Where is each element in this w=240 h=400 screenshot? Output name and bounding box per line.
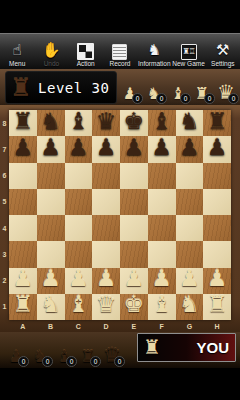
piece-white-king: ♚: [124, 293, 145, 316]
square-b8[interactable]: ♞: [37, 110, 65, 136]
file-label-g: G: [176, 320, 204, 332]
toolbar-item-label: New Game: [172, 60, 205, 68]
piece-white-queen: ♛: [96, 293, 117, 316]
square-e5[interactable]: [120, 189, 148, 215]
square-f8[interactable]: ♝: [148, 110, 176, 136]
toolbar-item-label: Settings: [211, 60, 235, 68]
square-a3[interactable]: [9, 241, 37, 267]
toolbar-item-label: Record: [110, 60, 131, 68]
toolbar-item-settings[interactable]: ⚒Settings: [206, 33, 240, 69]
piece-black-pawn: ♟: [207, 136, 228, 159]
piece-white-rook: ♜: [13, 293, 34, 316]
chess-board: 87654321 ♜♞♝♛♚♝♞♜♟♟♟♟♟♟♟♟♟♟♟♟♟♟♟♟♜♞♝♛♚♝♞…: [0, 105, 240, 332]
rank-label-7: 7: [0, 136, 9, 162]
square-d2[interactable]: ♟: [92, 268, 120, 294]
piece-black-rook: ♜: [13, 110, 34, 133]
square-f7[interactable]: ♟: [148, 136, 176, 162]
captured-black-tray: ♟0♞0♝0♜0♛0: [5, 335, 123, 365]
square-h2[interactable]: ♟: [203, 268, 231, 294]
captured-black-queen: ♛0: [101, 345, 123, 365]
captured-white-tray: ♟0♞0♝0♜0♛0: [119, 72, 237, 102]
square-e7[interactable]: ♟: [120, 136, 148, 162]
rank-label-1: 1: [0, 294, 9, 320]
square-d1[interactable]: ♛: [92, 294, 120, 320]
captured-black-bishop: ♝0: [53, 349, 75, 365]
rank-label-4: 4: [0, 215, 9, 241]
square-d5[interactable]: [92, 189, 120, 215]
square-b5[interactable]: [37, 189, 65, 215]
rank-labels: 87654321: [0, 110, 9, 320]
piece-black-rook: ♜: [207, 110, 228, 133]
toolbar-item-action[interactable]: Action: [69, 33, 103, 69]
captured-white-bishop: ♝0: [167, 86, 189, 102]
square-c2[interactable]: ♟: [65, 268, 93, 294]
piece-white-pawn: ♟: [96, 267, 117, 290]
document-lines-icon: [112, 44, 127, 60]
piece-white-knight: ♞: [40, 293, 61, 316]
piece-black-knight: ♞: [40, 110, 61, 133]
square-f6[interactable]: [148, 163, 176, 189]
level-panel: ♜ Level 30: [5, 71, 117, 104]
square-e6[interactable]: [120, 163, 148, 189]
capture-count-badge: 0: [114, 356, 125, 367]
toolbar-item-new-game[interactable]: ♜♖New Game: [171, 33, 205, 69]
capture-count-badge: 0: [90, 356, 101, 367]
piece-black-pawn: ♟: [179, 136, 200, 159]
captured-black-knight: ♞0: [29, 349, 51, 365]
player-info-row: ♟0♞0♝0♜0♛0 ♜ YOU: [0, 332, 240, 368]
square-d3[interactable]: [92, 241, 120, 267]
square-b4[interactable]: [37, 215, 65, 241]
rank-label-8: 8: [0, 110, 9, 136]
you-label: YOU: [161, 339, 229, 356]
board-squares: ♜♞♝♛♚♝♞♜♟♟♟♟♟♟♟♟♟♟♟♟♟♟♟♟♜♞♝♛♚♝♞♜: [9, 110, 231, 320]
pointer-hand-icon: ☝: [13, 40, 22, 60]
status-bar-space: [0, 0, 240, 33]
square-g3[interactable]: [176, 241, 204, 267]
file-label-d: D: [92, 320, 120, 332]
square-g8[interactable]: ♞: [176, 110, 204, 136]
level-label: Level 30: [32, 80, 116, 96]
captured-white-queen: ♛0: [215, 82, 237, 102]
rank-label-2: 2: [0, 268, 9, 294]
wrench-tools-icon: ⚒: [216, 40, 229, 60]
capture-count-badge: 0: [132, 93, 143, 104]
rank-label-3: 3: [0, 241, 9, 267]
piece-black-king: ♚: [124, 110, 145, 133]
square-a4[interactable]: [9, 215, 37, 241]
square-c5[interactable]: [65, 189, 93, 215]
square-d6[interactable]: [92, 163, 120, 189]
square-a8[interactable]: ♜: [9, 110, 37, 136]
square-g7[interactable]: ♟: [176, 136, 204, 162]
square-d4[interactable]: [92, 215, 120, 241]
captured-white-rook: ♜0: [191, 86, 213, 102]
piece-white-pawn: ♟: [13, 267, 34, 290]
toolbar-item-label: Information: [138, 60, 171, 68]
square-c4[interactable]: [65, 215, 93, 241]
opponent-info-row: ♜ Level 30 ♟0♞0♝0♜0♛0: [0, 69, 240, 105]
file-label-f: F: [148, 320, 176, 332]
square-f4[interactable]: [148, 215, 176, 241]
square-g2[interactable]: ♟: [176, 268, 204, 294]
board-quadrants-icon: [77, 43, 94, 60]
square-b1[interactable]: ♞: [37, 294, 65, 320]
capture-count-badge: 0: [156, 93, 167, 104]
file-label-e: E: [120, 320, 148, 332]
square-e4[interactable]: [120, 215, 148, 241]
rank-label-6: 6: [0, 163, 9, 189]
square-h6[interactable]: [203, 163, 231, 189]
square-c3[interactable]: [65, 241, 93, 267]
square-h1[interactable]: ♜: [203, 294, 231, 320]
captured-black-rook: ♜0: [77, 349, 99, 365]
piece-black-bishop: ♝: [151, 110, 172, 133]
piece-white-pawn: ♟: [124, 267, 145, 290]
square-c8[interactable]: ♝: [65, 110, 93, 136]
square-c1[interactable]: ♝: [65, 294, 93, 320]
capture-count-badge: 0: [180, 93, 191, 104]
toolbar-item-label: Undo: [44, 60, 60, 68]
captured-white-knight: ♞0: [143, 86, 165, 102]
piece-white-pawn: ♟: [179, 267, 200, 290]
piece-black-pawn: ♟: [96, 136, 117, 159]
you-panel: ♜ YOU: [137, 333, 236, 362]
square-d8[interactable]: ♛: [92, 110, 120, 136]
toolbar-item-information[interactable]: ♞Information: [137, 33, 171, 69]
square-g6[interactable]: [176, 163, 204, 189]
piece-white-knight: ♞: [179, 293, 200, 316]
file-label-h: H: [203, 320, 231, 332]
footer-space: [0, 368, 240, 400]
toolbar-item-undo[interactable]: ✋Undo: [34, 33, 68, 69]
file-label-c: C: [65, 320, 93, 332]
white-rook-icon: ♜: [143, 337, 161, 357]
square-h4[interactable]: [203, 215, 231, 241]
square-a1[interactable]: ♜: [9, 294, 37, 320]
square-b2[interactable]: ♟: [37, 268, 65, 294]
piece-white-pawn: ♟: [68, 267, 89, 290]
piece-white-pawn: ♟: [40, 267, 61, 290]
square-f1[interactable]: ♝: [148, 294, 176, 320]
toolbar-item-label: Action: [77, 60, 95, 68]
square-e8[interactable]: ♚: [120, 110, 148, 136]
open-hand-icon: ✋: [42, 40, 61, 60]
square-h5[interactable]: [203, 189, 231, 215]
square-a5[interactable]: [9, 189, 37, 215]
piece-black-knight: ♞: [179, 110, 200, 133]
app-root: ☝Menu✋UndoActionRecord♞Information♜♖New …: [0, 0, 240, 400]
knight-icon: ♞: [148, 40, 161, 60]
square-f2[interactable]: ♟: [148, 268, 176, 294]
piece-white-pawn: ♟: [207, 267, 228, 290]
square-g1[interactable]: ♞: [176, 294, 204, 320]
capture-count-badge: 0: [66, 356, 77, 367]
piece-white-bishop: ♝: [151, 293, 172, 316]
captured-black-pawn: ♟0: [5, 349, 27, 365]
square-b7[interactable]: ♟: [37, 136, 65, 162]
square-d7[interactable]: ♟: [92, 136, 120, 162]
capture-count-badge: 0: [204, 93, 215, 104]
piece-white-rook: ♜: [207, 293, 228, 316]
square-c7[interactable]: ♟: [65, 136, 93, 162]
file-label-b: B: [37, 320, 65, 332]
capture-count-badge: 0: [228, 93, 239, 104]
square-g5[interactable]: [176, 189, 204, 215]
square-h7[interactable]: ♟: [203, 136, 231, 162]
square-c6[interactable]: [65, 163, 93, 189]
piece-black-bishop: ♝: [68, 110, 89, 133]
piece-black-pawn: ♟: [13, 136, 34, 159]
square-e3[interactable]: [120, 241, 148, 267]
black-rook-icon: ♜: [10, 76, 32, 100]
square-h8[interactable]: ♜: [203, 110, 231, 136]
square-e2[interactable]: ♟: [120, 268, 148, 294]
square-b6[interactable]: [37, 163, 65, 189]
toolbar-item-menu[interactable]: ☝Menu: [0, 33, 34, 69]
square-h3[interactable]: [203, 241, 231, 267]
capture-count-badge: 0: [42, 356, 53, 367]
captured-white-pawn: ♟0: [119, 86, 141, 102]
square-f3[interactable]: [148, 241, 176, 267]
piece-black-pawn: ♟: [40, 136, 61, 159]
board-pieces-icon: ♜♖: [181, 44, 197, 60]
square-a6[interactable]: [9, 163, 37, 189]
capture-count-badge: 0: [18, 356, 29, 367]
piece-black-pawn: ♟: [151, 136, 172, 159]
rank-label-5: 5: [0, 189, 9, 215]
square-a7[interactable]: ♟: [9, 136, 37, 162]
piece-black-queen: ♛: [96, 110, 117, 133]
file-labels: ABCDEFGH: [9, 320, 231, 332]
piece-black-pawn: ♟: [124, 136, 145, 159]
piece-white-pawn: ♟: [151, 267, 172, 290]
toolbar-item-record[interactable]: Record: [103, 33, 137, 69]
square-g4[interactable]: [176, 215, 204, 241]
piece-white-bishop: ♝: [68, 293, 89, 316]
file-label-a: A: [9, 320, 37, 332]
piece-black-pawn: ♟: [68, 136, 89, 159]
toolbar-item-label: Menu: [9, 60, 25, 68]
square-b3[interactable]: [37, 241, 65, 267]
square-e1[interactable]: ♚: [120, 294, 148, 320]
toolbar: ☝Menu✋UndoActionRecord♞Information♜♖New …: [0, 33, 240, 69]
square-a2[interactable]: ♟: [9, 268, 37, 294]
square-f5[interactable]: [148, 189, 176, 215]
